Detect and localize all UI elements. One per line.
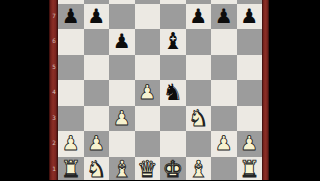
black-knight-e4: ♞ [162,80,183,106]
white-pawn-h2: ♟ [240,131,258,157]
white-rook-h1: ♜ [239,157,260,181]
square-c1[interactable]: ♝ [109,157,135,181]
square-a2[interactable]: ♟ [58,131,84,157]
square-e7[interactable] [160,4,186,30]
white-knight-b1: ♞ [86,157,107,181]
white-pawn-d4: ♟ [138,80,156,106]
square-f2[interactable] [186,131,212,157]
rank-label-3: 3 [51,115,57,121]
square-f4[interactable] [186,80,212,106]
rank-label-1: 1 [51,166,57,172]
square-f3[interactable]: ♞ [186,106,212,132]
square-c3[interactable]: ♟ [109,106,135,132]
square-h7[interactable]: ♟ [237,4,263,30]
black-pawn-a7: ♟ [62,4,80,30]
white-king-e1: ♚ [162,157,183,181]
square-a6[interactable] [58,29,84,55]
square-a5[interactable] [58,55,84,81]
square-a7[interactable]: ♟ [58,4,84,30]
square-e1[interactable]: ♚ [160,157,186,181]
square-c4[interactable] [109,80,135,106]
black-pawn-b7: ♟ [87,4,105,30]
square-b7[interactable]: ♟ [84,4,110,30]
square-d6[interactable] [135,29,161,55]
rank-label-6: 6 [51,38,57,44]
square-c5[interactable] [109,55,135,81]
square-b6[interactable] [84,29,110,55]
square-h6[interactable] [237,29,263,55]
square-h2[interactable]: ♟ [237,131,263,157]
white-pawn-c3: ♟ [113,106,131,132]
square-e3[interactable] [160,106,186,132]
square-g1[interactable] [211,157,237,181]
square-a4[interactable] [58,80,84,106]
square-f1[interactable]: ♝ [186,157,212,181]
rank-label-5: 5 [51,64,57,70]
square-c6[interactable]: ♟ [109,29,135,55]
square-h4[interactable] [237,80,263,106]
square-g5[interactable] [211,55,237,81]
square-f7[interactable]: ♟ [186,4,212,30]
square-e4[interactable]: ♞ [160,80,186,106]
white-pawn-b2: ♟ [87,131,105,157]
square-d7[interactable] [135,4,161,30]
square-e6[interactable]: ♝ [160,29,186,55]
black-bishop-e6: ♝ [162,29,183,55]
rank-label-4: 4 [51,89,57,95]
square-g6[interactable] [211,29,237,55]
square-b5[interactable] [84,55,110,81]
square-d4[interactable]: ♟ [135,80,161,106]
white-pawn-a2: ♟ [62,131,80,157]
square-h1[interactable]: ♜ [237,157,263,181]
square-f5[interactable] [186,55,212,81]
square-b1[interactable]: ♞ [84,157,110,181]
board-frame-right [262,0,269,180]
square-e5[interactable] [160,55,186,81]
square-g4[interactable] [211,80,237,106]
square-c7[interactable] [109,4,135,30]
black-pawn-f7: ♟ [189,4,207,30]
square-d3[interactable] [135,106,161,132]
square-g7[interactable]: ♟ [211,4,237,30]
square-h3[interactable] [237,106,263,132]
square-c2[interactable] [109,131,135,157]
black-pawn-c6: ♟ [113,29,131,55]
square-g3[interactable] [211,106,237,132]
black-pawn-h7: ♟ [240,4,258,30]
square-e2[interactable] [160,131,186,157]
square-d2[interactable] [135,131,161,157]
white-knight-f3: ♞ [188,106,209,132]
square-b3[interactable] [84,106,110,132]
white-rook-a1: ♜ [60,157,81,181]
square-d1[interactable]: ♛ [135,157,161,181]
white-bishop-f1: ♝ [188,157,209,181]
square-b4[interactable] [84,80,110,106]
square-a1[interactable]: ♜ [58,157,84,181]
square-h5[interactable] [237,55,263,81]
square-a3[interactable] [58,106,84,132]
white-bishop-c1: ♝ [111,157,132,181]
square-b2[interactable]: ♟ [84,131,110,157]
rank-label-2: 2 [51,140,57,146]
square-g2[interactable]: ♟ [211,131,237,157]
video-frame: 7654321 ♜♞♛♚♝♜♟♟♟♟♟♟♝♟♞♟♞♟♟♟♟♜♞♝♛♚♝♜ [0,0,320,180]
square-d5[interactable] [135,55,161,81]
black-pawn-g7: ♟ [215,4,233,30]
rank-label-7: 7 [51,13,57,19]
chess-board: ♜♞♛♚♝♜♟♟♟♟♟♟♝♟♞♟♞♟♟♟♟♜♞♝♛♚♝♜ [58,0,262,180]
white-pawn-g2: ♟ [215,131,233,157]
chess-board-viewport: ♜♞♛♚♝♜♟♟♟♟♟♟♝♟♞♟♞♟♟♟♟♜♞♝♛♚♝♜ [58,0,262,180]
white-queen-d1: ♛ [137,157,158,181]
square-f6[interactable] [186,29,212,55]
